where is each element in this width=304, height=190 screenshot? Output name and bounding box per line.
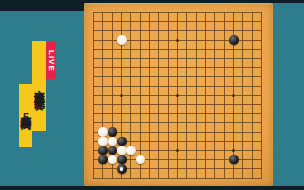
- go-board: [84, 3, 273, 186]
- black-stone: [229, 35, 239, 45]
- live-stream-frame: 交流群棋友比赛 精彩瞬间5 LIVE: [0, 0, 304, 190]
- event-title-banner: 交流群棋友比赛: [32, 41, 46, 131]
- star-point: [176, 39, 179, 42]
- black-stone: [117, 137, 127, 147]
- top-left-black-strip: [0, 0, 84, 11]
- black-stone: [117, 155, 127, 165]
- live-badge: LIVE: [46, 42, 56, 79]
- bottom-black-strip: [0, 186, 304, 190]
- black-stone: [117, 164, 127, 174]
- episode-banner: 精彩瞬间5: [19, 84, 32, 147]
- last-move-marker: [120, 167, 123, 170]
- white-stone: [126, 146, 136, 156]
- black-stone: [98, 146, 108, 156]
- white-stone: [117, 146, 127, 156]
- white-stone: [117, 35, 127, 45]
- black-stone: [108, 127, 118, 137]
- white-stone: [98, 127, 108, 137]
- white-stone: [98, 137, 108, 147]
- black-stone: [229, 155, 239, 165]
